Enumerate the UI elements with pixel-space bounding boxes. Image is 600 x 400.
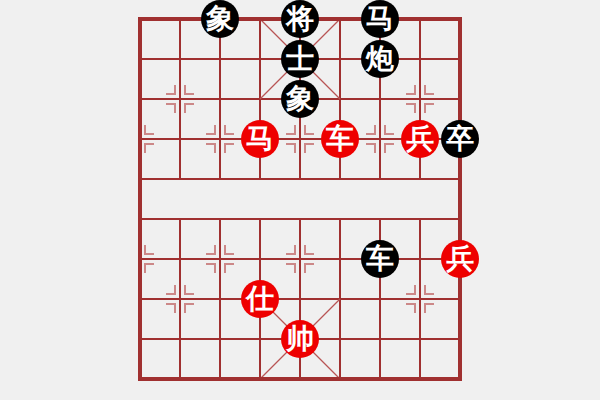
xiangqi-diagram: 象将马士炮象马车兵卒车兵仕帅: [0, 0, 600, 400]
black-elephant[interactable]: 象: [281, 80, 319, 118]
red-general[interactable]: 帅: [281, 320, 319, 358]
red-chariot[interactable]: 车: [321, 120, 359, 158]
red-advisor[interactable]: 仕: [241, 280, 279, 318]
black-advisor[interactable]: 士: [281, 40, 319, 78]
red-horse[interactable]: 马: [241, 120, 279, 158]
black-elephant[interactable]: 象: [201, 0, 239, 38]
red-soldier[interactable]: 兵: [441, 240, 479, 278]
black-soldier[interactable]: 卒: [441, 120, 479, 158]
black-cannon[interactable]: 炮: [361, 40, 399, 78]
red-soldier[interactable]: 兵: [401, 120, 439, 158]
black-chariot[interactable]: 车: [361, 240, 399, 278]
black-general[interactable]: 将: [281, 0, 319, 38]
black-horse[interactable]: 马: [361, 0, 399, 38]
